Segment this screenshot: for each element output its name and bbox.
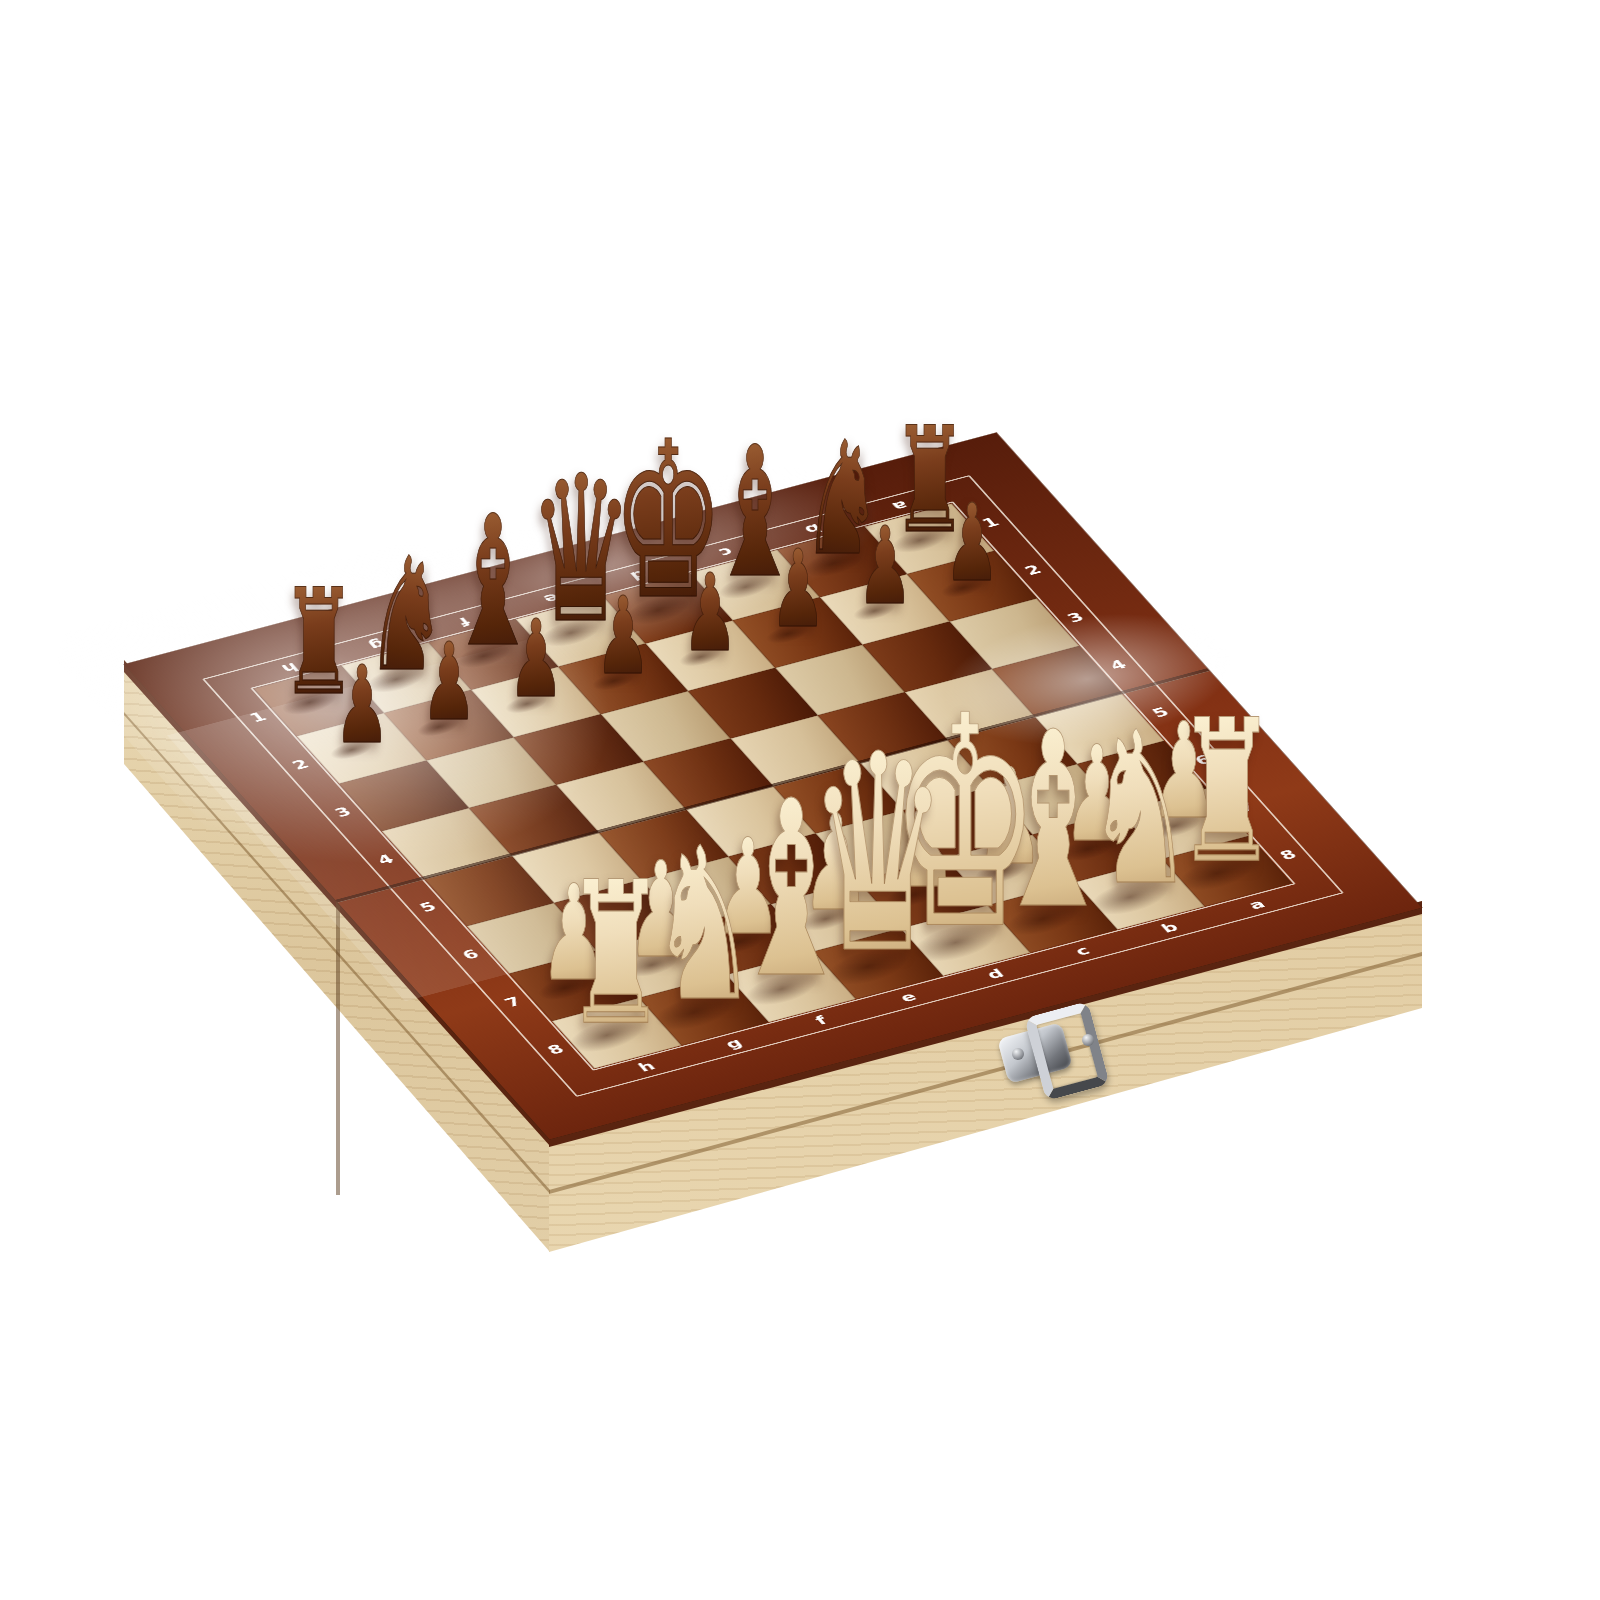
latch-screw [1012, 1048, 1024, 1060]
latch-hook [1024, 1001, 1110, 1101]
latch-clasp [998, 1000, 1108, 1104]
latch-screw [1082, 1034, 1094, 1046]
product-photo-stage: 11hh22gg33ff44ee55dd66cc77bb88aa ♜♞♝♟♚♟♛… [0, 0, 1600, 1600]
